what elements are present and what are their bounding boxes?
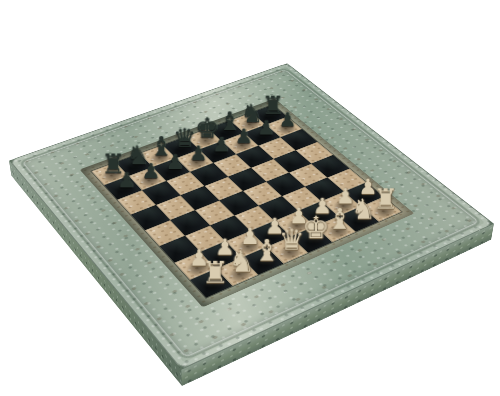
black-pawn: ♟ xyxy=(112,170,140,191)
white-rook: ♜ xyxy=(200,258,231,288)
chess-set-photo: ♜♞♝♛♚♝♞♜♟♟♟♟♟♟♟♟♟♟♟♟♟♟♟♟♜♞♝♛♚♝♞♜ xyxy=(0,0,500,396)
chess-set: ♜♞♝♛♚♝♞♜♟♟♟♟♟♟♟♟♟♟♟♟♟♟♟♟♜♞♝♛♚♝♞♜ xyxy=(9,63,494,370)
